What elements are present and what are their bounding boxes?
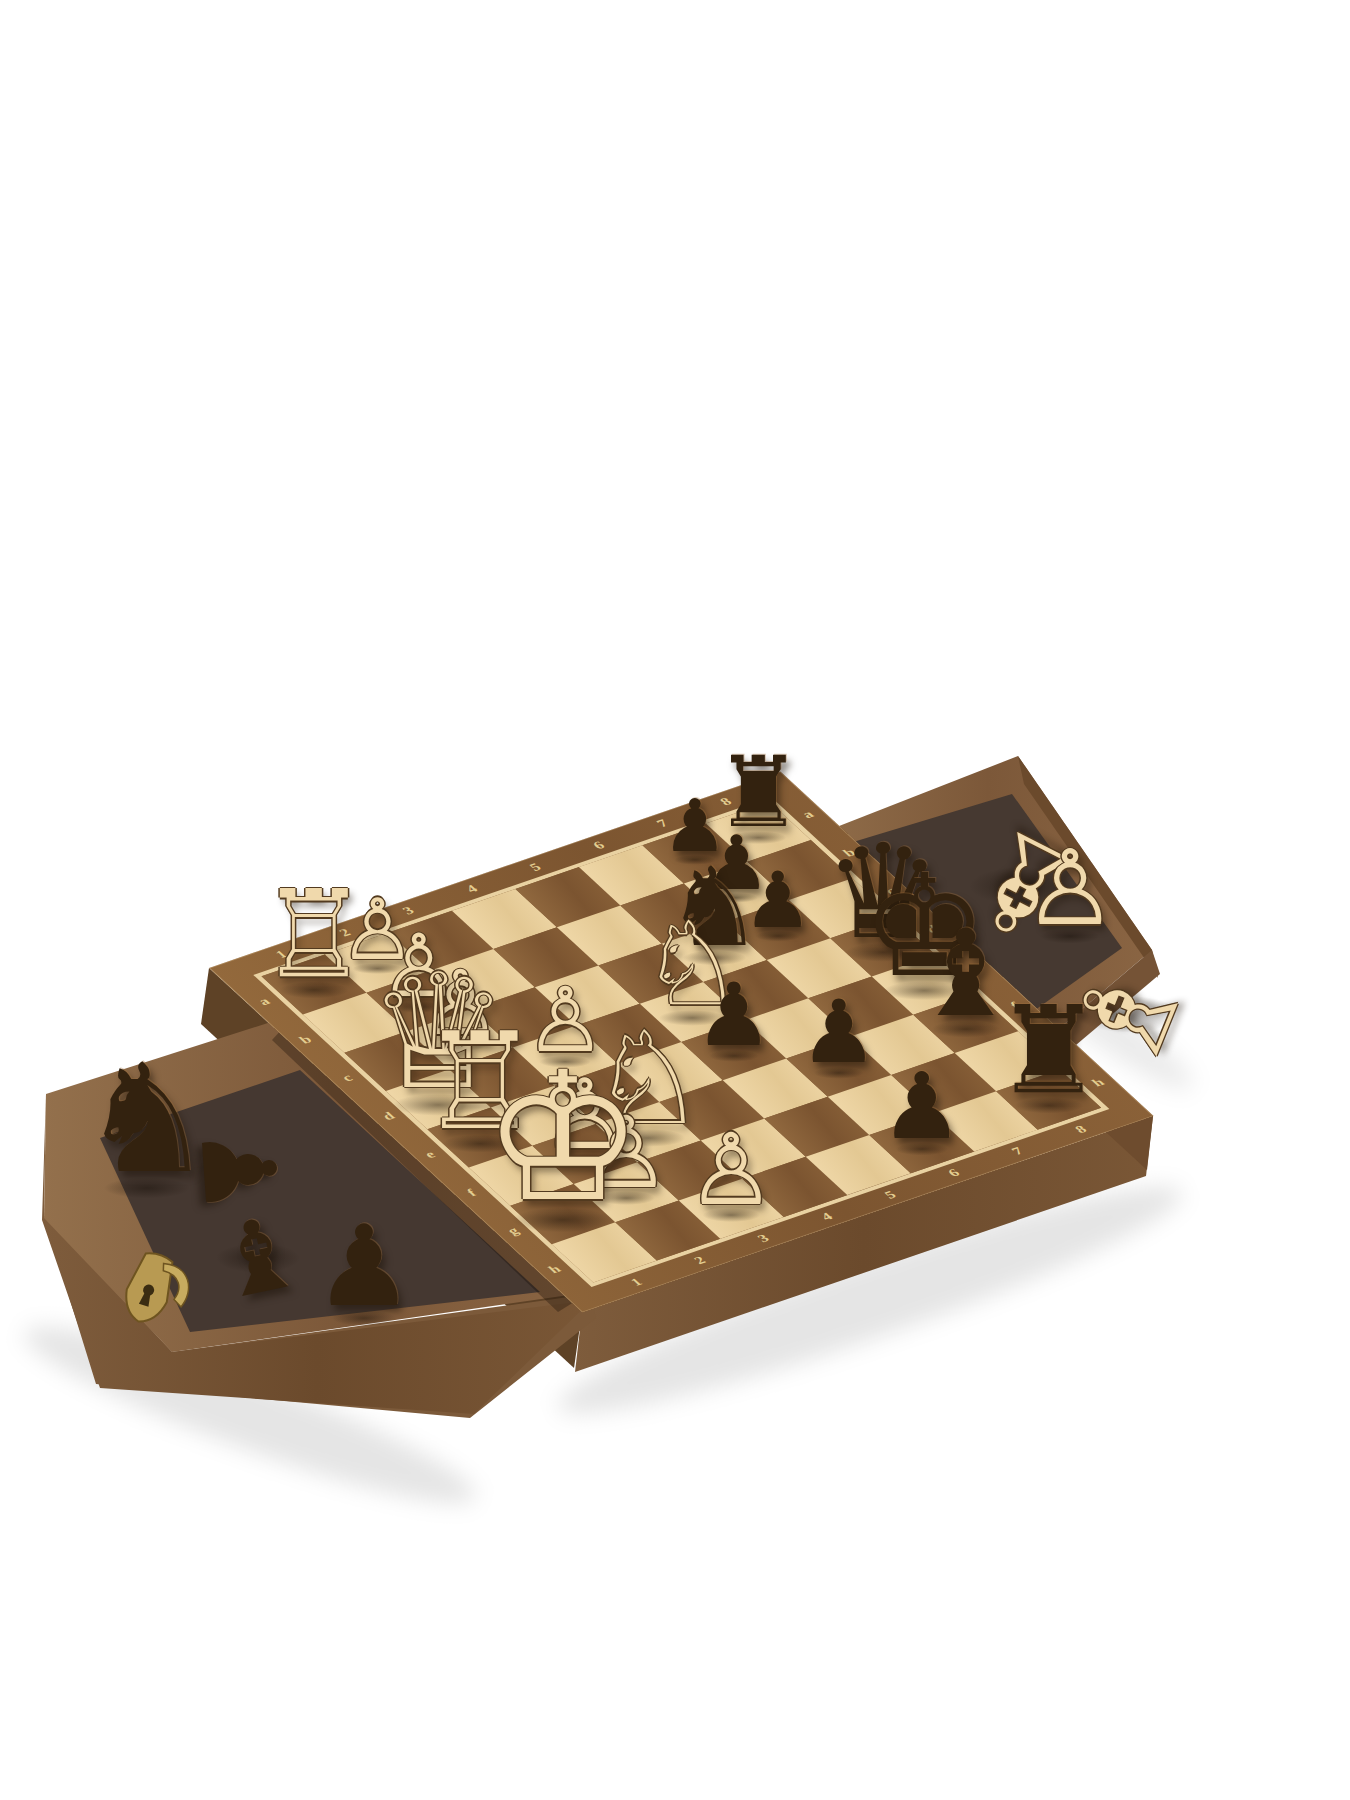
rank-label-bottom-7: 7 [1008,1145,1026,1158]
file-label-right-b: b [840,846,859,859]
file-label-right-c: c [882,885,900,897]
rank-label-top-1: 1 [272,948,290,961]
file-label-right-e: e [965,961,983,973]
file-label-left-a: a [255,995,273,1008]
rank-label-bottom-5: 5 [881,1189,899,1202]
file-label-left-h: h [545,1263,564,1276]
file-label-right-a: a [799,808,817,821]
file-label-right-f: f [1007,1000,1023,1012]
rank-label-top-3: 3 [399,905,417,918]
rank-label-bottom-2: 2 [691,1254,709,1267]
file-label-left-f: f [464,1187,480,1199]
rank-label-top-7: 7 [653,817,671,830]
file-label-left-d: d [379,1110,398,1123]
rank-label-top-8: 8 [717,795,735,808]
file-label-left-g: g [504,1225,522,1238]
file-label-left-e: e [421,1148,439,1160]
rank-label-bottom-6: 6 [945,1167,963,1180]
rank-label-top-4: 4 [463,883,481,896]
rank-label-bottom-4: 4 [818,1210,836,1223]
file-label-right-d: d [923,923,942,936]
rank-label-top-5: 5 [526,861,544,874]
rank-label-top-6: 6 [590,839,608,852]
rank-label-bottom-1: 1 [627,1276,645,1289]
rank-label-bottom-8: 8 [1072,1123,1090,1136]
file-label-left-c: c [338,1072,356,1084]
file-label-right-h: h [1089,1076,1108,1089]
chess-set-photo: 1122334455667788aabbccddeeffgghh ♜♟♗♟♙♟♛… [0,0,1350,1800]
file-label-right-g: g [1048,1038,1066,1051]
rank-label-top-2: 2 [336,926,354,939]
file-label-left-b: b [296,1033,315,1046]
rank-label-bottom-3: 3 [754,1232,772,1245]
